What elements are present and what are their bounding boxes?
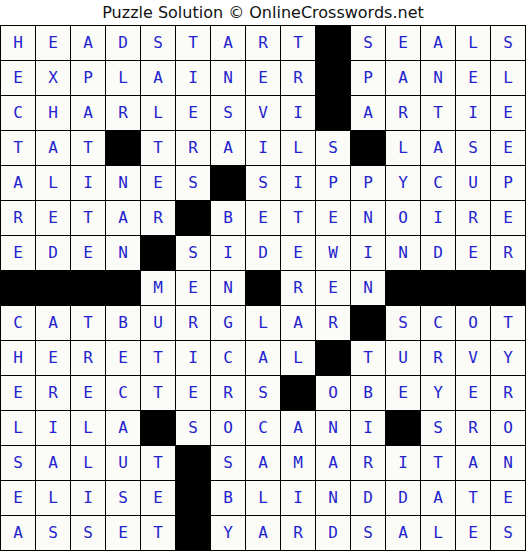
letter-cell-r2c8: E [246,61,280,95]
letter-cell-r4c6: R [176,131,210,165]
letter-cell-r9c12: S [386,306,420,340]
letter-cell-r7c3: E [71,236,105,270]
letter-cell-r11c8: S [246,376,280,410]
letter-cell-r4c8: I [246,131,280,165]
letter-cell-r8c11: N [351,271,385,305]
letter-cell-r9c3: T [71,306,105,340]
letter-cell-r1c8: R [246,26,280,60]
letter-cell-r1c1: H [1,26,35,60]
letter-cell-r13c15: N [491,446,525,480]
block-cell-r8c13 [421,271,455,305]
letter-cell-r10c5: T [141,341,175,375]
block-cell-r15c6 [176,516,210,550]
letter-cell-r6c4: A [106,201,140,235]
letter-cell-r9c14: O [456,306,490,340]
block-cell-r11c9 [281,376,315,410]
letter-cell-r2c5: A [141,61,175,95]
letter-cell-r4c3: T [71,131,105,165]
letter-cell-r13c12: I [386,446,420,480]
letter-cell-r3c4: R [106,96,140,130]
letter-cell-r3c14: I [456,96,490,130]
letter-cell-r9c5: U [141,306,175,340]
letter-cell-r1c14: L [456,26,490,60]
letter-cell-r12c6: S [176,411,210,445]
letter-cell-r4c5: T [141,131,175,165]
letter-cell-r5c4: N [106,166,140,200]
block-cell-r8c15 [491,271,525,305]
letter-cell-r6c5: R [141,201,175,235]
letter-cell-r8c10: E [316,271,350,305]
block-cell-r2c10 [316,61,350,95]
letter-cell-r15c5: T [141,516,175,550]
letter-cell-r8c6: E [176,271,210,305]
letter-cell-r7c13: D [421,236,455,270]
letter-cell-r12c15: O [491,411,525,445]
letter-cell-r10c1: H [1,341,35,375]
block-cell-r8c12 [386,271,420,305]
letter-cell-r2c15: L [491,61,525,95]
letter-cell-r7c2: D [36,236,70,270]
letter-cell-r9c2: A [36,306,70,340]
letter-cell-r6c13: I [421,201,455,235]
letter-cell-r4c15: E [491,131,525,165]
block-cell-r6c6 [176,201,210,235]
block-cell-r8c2 [36,271,70,305]
letter-cell-r3c12: R [386,96,420,130]
letter-cell-r11c3: E [71,376,105,410]
letter-cell-r13c1: S [1,446,35,480]
letter-cell-r3c13: T [421,96,455,130]
letter-cell-r9c7: G [211,306,245,340]
letter-cell-r8c7: N [211,271,245,305]
letter-cell-r11c5: T [141,376,175,410]
block-cell-r9c11 [351,306,385,340]
block-cell-r12c12 [386,411,420,445]
letter-cell-r10c15: Y [491,341,525,375]
letter-cell-r11c15: R [491,376,525,410]
letter-cell-r14c14: T [456,481,490,515]
letter-cell-r5c9: I [281,166,315,200]
letter-cell-r13c2: A [36,446,70,480]
block-cell-r8c1 [1,271,35,305]
letter-cell-r7c14: E [456,236,490,270]
letter-cell-r15c2: S [36,516,70,550]
letter-cell-r3c11: A [351,96,385,130]
letter-cell-r14c11: D [351,481,385,515]
letter-cell-r5c5: E [141,166,175,200]
letter-cell-r5c15: P [491,166,525,200]
letter-cell-r6c7: B [211,201,245,235]
letter-cell-r8c9: R [281,271,315,305]
letter-cell-r15c14: E [456,516,490,550]
letter-cell-r13c11: R [351,446,385,480]
letter-cell-r10c8: A [246,341,280,375]
letter-cell-r13c4: U [106,446,140,480]
letter-cell-r2c3: P [71,61,105,95]
letter-cell-r11c12: E [386,376,420,410]
letter-cell-r15c15: S [491,516,525,550]
letter-cell-r4c7: A [211,131,245,165]
letter-cell-r10c6: I [176,341,210,375]
letter-cell-r2c1: E [1,61,35,95]
block-cell-r12c5 [141,411,175,445]
letter-cell-r3c3: A [71,96,105,130]
block-cell-r8c4 [106,271,140,305]
letter-cell-r7c9: E [281,236,315,270]
letter-cell-r4c12: L [386,131,420,165]
letter-cell-r13c7: S [211,446,245,480]
letter-cell-r11c11: B [351,376,385,410]
letter-cell-r7c7: I [211,236,245,270]
letter-cell-r9c8: L [246,306,280,340]
letter-cell-r14c13: A [421,481,455,515]
letter-cell-r14c12: D [386,481,420,515]
letter-cell-r4c9: L [281,131,315,165]
letter-cell-r9c6: R [176,306,210,340]
letter-cell-r1c4: D [106,26,140,60]
letter-cell-r7c8: D [246,236,280,270]
letter-cell-r12c11: I [351,411,385,445]
block-cell-r14c6 [176,481,210,515]
letter-cell-r15c10: D [316,516,350,550]
letter-cell-r4c1: T [1,131,35,165]
letter-cell-r9c9: A [281,306,315,340]
block-cell-r1c10 [316,26,350,60]
letter-cell-r15c12: A [386,516,420,550]
letter-cell-r4c13: A [421,131,455,165]
letter-cell-r15c3: S [71,516,105,550]
letter-cell-r11c10: O [316,376,350,410]
letter-cell-r2c13: N [421,61,455,95]
letter-cell-r6c15: E [491,201,525,235]
letter-cell-r15c8: A [246,516,280,550]
letter-cell-r15c13: L [421,516,455,550]
letter-cell-r2c11: P [351,61,385,95]
letter-cell-r5c12: Y [386,166,420,200]
letter-cell-r10c14: V [456,341,490,375]
block-cell-r8c14 [456,271,490,305]
letter-cell-r10c12: U [386,341,420,375]
letter-cell-r9c10: R [316,306,350,340]
letter-cell-r4c10: S [316,131,350,165]
letter-cell-r9c13: C [421,306,455,340]
letter-cell-r8c5: M [141,271,175,305]
letter-cell-r13c14: A [456,446,490,480]
letter-cell-r14c5: E [141,481,175,515]
letter-cell-r11c14: E [456,376,490,410]
letter-cell-r3c6: E [176,96,210,130]
letter-cell-r14c4: S [106,481,140,515]
block-cell-r8c8 [246,271,280,305]
letter-cell-r5c11: P [351,166,385,200]
letter-cell-r7c15: R [491,236,525,270]
letter-cell-r1c6: T [176,26,210,60]
letter-cell-r14c15: E [491,481,525,515]
letter-cell-r2c2: X [36,61,70,95]
letter-cell-r6c3: T [71,201,105,235]
letter-cell-r6c14: R [456,201,490,235]
letter-cell-r10c4: E [106,341,140,375]
letter-cell-r6c1: R [1,201,35,235]
letter-cell-r7c10: W [316,236,350,270]
letter-cell-r1c5: S [141,26,175,60]
letter-cell-r7c4: N [106,236,140,270]
letter-cell-r10c7: C [211,341,245,375]
letter-cell-r15c7: Y [211,516,245,550]
letter-cell-r14c2: L [36,481,70,515]
letter-cell-r12c13: S [421,411,455,445]
letter-cell-r15c1: A [1,516,35,550]
block-cell-r4c11 [351,131,385,165]
letter-cell-r14c9: I [281,481,315,515]
letter-cell-r4c2: A [36,131,70,165]
letter-cell-r5c14: U [456,166,490,200]
letter-cell-r6c8: E [246,201,280,235]
letter-cell-r1c7: A [211,26,245,60]
letter-cell-r1c12: E [386,26,420,60]
letter-cell-r10c2: E [36,341,70,375]
letter-cell-r6c11: N [351,201,385,235]
letter-cell-r2c14: E [456,61,490,95]
letter-cell-r3c15: E [491,96,525,130]
letter-cell-r13c3: L [71,446,105,480]
letter-cell-r3c5: L [141,96,175,130]
letter-cell-r6c10: E [316,201,350,235]
letter-cell-r13c10: A [316,446,350,480]
crossword-grid: HEADSTARTSEALSEXPLAINERPANELCHARLESVIART… [0,25,526,551]
letter-cell-r11c4: C [106,376,140,410]
letter-cell-r14c8: L [246,481,280,515]
page-title: Puzzle Solution © OnlineCrosswords.net [0,0,526,25]
letter-cell-r9c1: C [1,306,35,340]
letter-cell-r13c9: M [281,446,315,480]
letter-cell-r2c9: R [281,61,315,95]
letter-cell-r12c3: L [71,411,105,445]
letter-cell-r7c1: E [1,236,35,270]
letter-cell-r2c4: L [106,61,140,95]
letter-cell-r14c7: B [211,481,245,515]
letter-cell-r12c14: R [456,411,490,445]
letter-cell-r11c13: Y [421,376,455,410]
letter-cell-r3c7: S [211,96,245,130]
letter-cell-r3c1: C [1,96,35,130]
letter-cell-r14c10: N [316,481,350,515]
letter-cell-r1c15: S [491,26,525,60]
letter-cell-r5c2: L [36,166,70,200]
letter-cell-r11c2: R [36,376,70,410]
letter-cell-r14c3: I [71,481,105,515]
letter-cell-r12c10: N [316,411,350,445]
letter-cell-r12c4: A [106,411,140,445]
letter-cell-r10c11: T [351,341,385,375]
letter-cell-r15c11: S [351,516,385,550]
letter-cell-r7c6: S [176,236,210,270]
letter-cell-r13c8: A [246,446,280,480]
block-cell-r10c10 [316,341,350,375]
letter-cell-r9c4: B [106,306,140,340]
letter-cell-r3c2: H [36,96,70,130]
letter-cell-r11c7: R [211,376,245,410]
letter-cell-r3c9: I [281,96,315,130]
letter-cell-r11c6: E [176,376,210,410]
letter-cell-r9c15: T [491,306,525,340]
letter-cell-r13c13: T [421,446,455,480]
letter-cell-r12c1: L [1,411,35,445]
letter-cell-r1c3: A [71,26,105,60]
letter-cell-r6c2: E [36,201,70,235]
letter-cell-r5c8: S [246,166,280,200]
block-cell-r4c4 [106,131,140,165]
letter-cell-r1c13: A [421,26,455,60]
letter-cell-r5c13: C [421,166,455,200]
letter-cell-r2c12: A [386,61,420,95]
letter-cell-r12c2: I [36,411,70,445]
block-cell-r13c6 [176,446,210,480]
block-cell-r7c5 [141,236,175,270]
letter-cell-r2c6: I [176,61,210,95]
letter-cell-r13c5: T [141,446,175,480]
letter-cell-r1c2: E [36,26,70,60]
letter-cell-r3c8: V [246,96,280,130]
letter-cell-r1c9: T [281,26,315,60]
letter-cell-r15c9: R [281,516,315,550]
letter-cell-r11c1: E [1,376,35,410]
letter-cell-r12c9: A [281,411,315,445]
block-cell-r5c7 [211,166,245,200]
block-cell-r3c10 [316,96,350,130]
crossword-solution-page: Puzzle Solution © OnlineCrosswords.net H… [0,0,526,551]
letter-cell-r10c9: L [281,341,315,375]
letter-cell-r2c7: N [211,61,245,95]
letter-cell-r14c1: E [1,481,35,515]
letter-cell-r6c9: T [281,201,315,235]
letter-cell-r4c14: S [456,131,490,165]
letter-cell-r5c10: P [316,166,350,200]
letter-cell-r6c12: O [386,201,420,235]
letter-cell-r5c6: S [176,166,210,200]
letter-cell-r15c4: E [106,516,140,550]
letter-cell-r7c12: N [386,236,420,270]
block-cell-r8c3 [71,271,105,305]
letter-cell-r5c1: A [1,166,35,200]
letter-cell-r5c3: I [71,166,105,200]
letter-cell-r10c3: R [71,341,105,375]
letter-cell-r10c13: R [421,341,455,375]
letter-cell-r1c11: S [351,26,385,60]
letter-cell-r12c7: O [211,411,245,445]
letter-cell-r12c8: C [246,411,280,445]
letter-cell-r7c11: I [351,236,385,270]
